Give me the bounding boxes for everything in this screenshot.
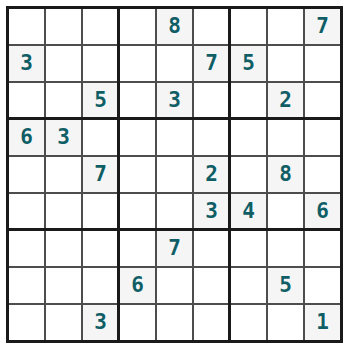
cell-r2c7: 5: [231, 46, 266, 81]
cell-r4c2: 3: [46, 120, 81, 155]
cell-r3c5: 3: [157, 83, 192, 118]
cell-r4c5[interactable]: [157, 120, 192, 155]
cell-r9c8[interactable]: [268, 305, 303, 340]
cell-r8c2[interactable]: [46, 268, 81, 303]
cell-r5c2[interactable]: [46, 157, 81, 192]
cell-r8c6[interactable]: [194, 268, 229, 303]
cell-r2c9[interactable]: [305, 46, 340, 81]
cell-r4c7[interactable]: [231, 120, 266, 155]
cell-r7c3[interactable]: [83, 231, 118, 266]
cell-r6c4[interactable]: [120, 194, 155, 229]
cell-r4c1: 6: [9, 120, 44, 155]
cell-r4c3[interactable]: [83, 120, 118, 155]
cell-r8c3[interactable]: [83, 268, 118, 303]
cell-r7c1[interactable]: [9, 231, 44, 266]
cell-r1c3[interactable]: [83, 9, 118, 44]
cell-r7c8[interactable]: [268, 231, 303, 266]
cell-r4c6[interactable]: [194, 120, 229, 155]
cell-r1c5: 8: [157, 9, 192, 44]
cell-r9c7[interactable]: [231, 305, 266, 340]
cell-r5c3: 7: [83, 157, 118, 192]
cell-r6c8[interactable]: [268, 194, 303, 229]
cell-r5c7[interactable]: [231, 157, 266, 192]
cell-r9c2[interactable]: [46, 305, 81, 340]
cell-r2c5[interactable]: [157, 46, 192, 81]
cell-r3c4[interactable]: [120, 83, 155, 118]
cell-r4c4[interactable]: [120, 120, 155, 155]
cell-r8c8: 5: [268, 268, 303, 303]
cell-r1c7[interactable]: [231, 9, 266, 44]
cell-r8c1[interactable]: [9, 268, 44, 303]
cell-r5c6: 2: [194, 157, 229, 192]
cell-r1c2[interactable]: [46, 9, 81, 44]
cell-r5c8: 8: [268, 157, 303, 192]
cell-r7c4[interactable]: [120, 231, 155, 266]
cell-r7c9[interactable]: [305, 231, 340, 266]
cell-r3c3: 5: [83, 83, 118, 118]
cell-r3c1[interactable]: [9, 83, 44, 118]
cell-r5c1[interactable]: [9, 157, 44, 192]
cell-r2c4[interactable]: [120, 46, 155, 81]
cell-r1c6[interactable]: [194, 9, 229, 44]
cell-r7c5: 7: [157, 231, 192, 266]
cell-r1c4[interactable]: [120, 9, 155, 44]
cell-r7c7[interactable]: [231, 231, 266, 266]
cell-r1c8[interactable]: [268, 9, 303, 44]
cell-r8c7[interactable]: [231, 268, 266, 303]
cell-r1c1[interactable]: [9, 9, 44, 44]
cell-r6c9: 6: [305, 194, 340, 229]
cell-r7c6[interactable]: [194, 231, 229, 266]
cell-r9c6[interactable]: [194, 305, 229, 340]
cell-r3c6[interactable]: [194, 83, 229, 118]
cell-r8c9[interactable]: [305, 268, 340, 303]
cell-r8c5[interactable]: [157, 268, 192, 303]
cell-r9c3: 3: [83, 305, 118, 340]
cell-r2c2[interactable]: [46, 46, 81, 81]
cell-r3c2[interactable]: [46, 83, 81, 118]
cell-r9c9: 1: [305, 305, 340, 340]
cell-r1c9: 7: [305, 9, 340, 44]
cell-r2c8[interactable]: [268, 46, 303, 81]
cell-r2c6: 7: [194, 46, 229, 81]
cell-r8c4: 6: [120, 268, 155, 303]
cell-r3c8: 2: [268, 83, 303, 118]
cell-r4c8[interactable]: [268, 120, 303, 155]
cell-r6c5[interactable]: [157, 194, 192, 229]
cell-r5c4[interactable]: [120, 157, 155, 192]
cell-r5c5[interactable]: [157, 157, 192, 192]
cell-r4c9[interactable]: [305, 120, 340, 155]
cell-r6c7: 4: [231, 194, 266, 229]
cell-r6c2[interactable]: [46, 194, 81, 229]
cell-r6c1[interactable]: [9, 194, 44, 229]
cell-r3c7[interactable]: [231, 83, 266, 118]
cell-r2c1: 3: [9, 46, 44, 81]
cell-r3c9[interactable]: [305, 83, 340, 118]
cell-r2c3[interactable]: [83, 46, 118, 81]
cell-r6c3[interactable]: [83, 194, 118, 229]
sudoku-board: 873755326372834676531: [6, 6, 343, 343]
cell-r9c1[interactable]: [9, 305, 44, 340]
cell-r9c4[interactable]: [120, 305, 155, 340]
cell-r7c2[interactable]: [46, 231, 81, 266]
cell-r9c5[interactable]: [157, 305, 192, 340]
cell-r5c9[interactable]: [305, 157, 340, 192]
cell-r6c6: 3: [194, 194, 229, 229]
